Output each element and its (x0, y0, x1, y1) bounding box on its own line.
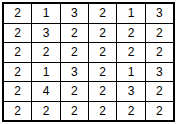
grid-cell[interactable]: 2 (4, 4, 31, 23)
grid-cell[interactable]: 2 (89, 102, 116, 121)
grid-cell[interactable]: 2 (4, 102, 31, 121)
grid-cell[interactable]: 3 (32, 24, 59, 43)
grid-cell[interactable]: 4 (32, 82, 59, 101)
grid-cell[interactable]: 2 (4, 63, 31, 82)
grid-cell[interactable]: 2 (146, 24, 173, 43)
grid-cell[interactable]: 1 (117, 63, 144, 82)
grid-cell[interactable]: 2 (89, 82, 116, 101)
grid-cell[interactable]: 2 (117, 43, 144, 62)
grid-cell[interactable]: 1 (32, 4, 59, 23)
grid-cell[interactable]: 2 (117, 102, 144, 121)
grid-cell[interactable]: 3 (146, 63, 173, 82)
grid-cell[interactable]: 2 (146, 102, 173, 121)
grid-cell[interactable]: 2 (4, 24, 31, 43)
grid-cell[interactable]: 2 (61, 43, 88, 62)
grid-cell[interactable]: 2 (89, 24, 116, 43)
puzzle-grid: 213213232222222222213213242232222222 (2, 2, 175, 122)
grid-cell[interactable]: 2 (32, 43, 59, 62)
grid-cell[interactable]: 2 (32, 102, 59, 121)
grid-cell[interactable]: 2 (61, 102, 88, 121)
grid-cell[interactable]: 3 (117, 82, 144, 101)
grid-cell[interactable]: 2 (89, 63, 116, 82)
grid-cell[interactable]: 2 (89, 43, 116, 62)
grid-cell[interactable]: 1 (117, 4, 144, 23)
grid-cell[interactable]: 1 (32, 63, 59, 82)
grid-cell[interactable]: 2 (146, 82, 173, 101)
grid-cell[interactable]: 3 (146, 4, 173, 23)
grid-cell[interactable]: 3 (61, 63, 88, 82)
grid-cell[interactable]: 2 (4, 82, 31, 101)
grid-cell[interactable]: 2 (4, 43, 31, 62)
grid-cell[interactable]: 2 (146, 43, 173, 62)
grid-cell[interactable]: 2 (117, 24, 144, 43)
grid-cell[interactable]: 3 (61, 4, 88, 23)
grid-cell[interactable]: 2 (61, 82, 88, 101)
grid-cell[interactable]: 2 (61, 24, 88, 43)
grid-cell[interactable]: 2 (89, 4, 116, 23)
